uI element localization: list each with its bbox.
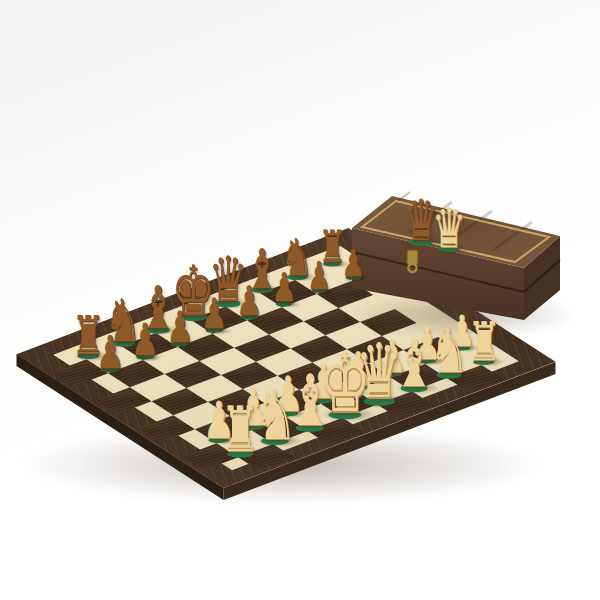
piece-dark-pawn: ♟ bbox=[236, 281, 262, 322]
scene: ♜♞♟♝♟♛♟♚♟♝♟♞♟♟♜♟♟♜♟♟♞♟♝♟♛♟♚♟♝♟♞♜♛♛ bbox=[0, 0, 600, 600]
piece-dark-pawn: ♟ bbox=[96, 330, 125, 376]
piece-dark-pawn: ♟ bbox=[166, 305, 193, 348]
piece-dark-pawn: ♟ bbox=[201, 293, 228, 335]
piece-light-rook: ♜ bbox=[220, 399, 259, 462]
piece-dark-pawn: ♟ bbox=[306, 256, 330, 295]
piece-dark-pawn: ♟ bbox=[342, 244, 366, 282]
piece-light-rook: ♜ bbox=[467, 314, 501, 368]
storage-box bbox=[0, 0, 600, 600]
piece-light-knight: ♞ bbox=[429, 320, 468, 383]
piece-dark-pawn: ♟ bbox=[131, 317, 159, 361]
piece-dark-pawn: ♟ bbox=[271, 269, 296, 309]
piece-light-queen-spare: ♛ bbox=[432, 200, 466, 255]
